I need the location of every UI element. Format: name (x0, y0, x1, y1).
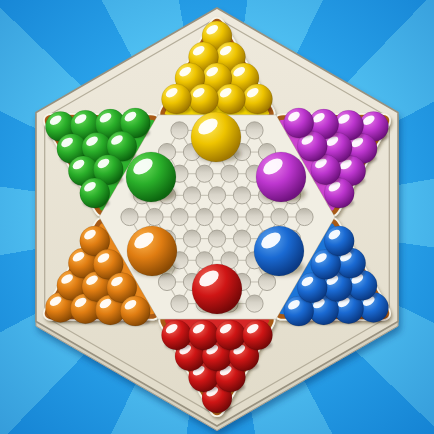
center-marble-blue[interactable] (254, 226, 304, 276)
center-marble-orange[interactable] (127, 226, 177, 276)
marble-red[interactable] (189, 320, 219, 350)
board-hole[interactable] (296, 208, 313, 225)
board-hole[interactable] (233, 230, 250, 247)
center-marble-yellow[interactable] (191, 112, 241, 162)
board-hole[interactable] (208, 230, 225, 247)
board-hole[interactable] (183, 230, 200, 247)
board-hole[interactable] (246, 208, 263, 225)
marble-yellow[interactable] (189, 84, 219, 114)
marble-yellow[interactable] (162, 84, 192, 114)
marble-yellow[interactable] (243, 84, 273, 114)
board-hole[interactable] (183, 187, 200, 204)
board-hole[interactable] (246, 122, 263, 139)
board-hole[interactable] (171, 122, 188, 139)
marble-green[interactable] (80, 178, 110, 208)
board-hole[interactable] (171, 208, 188, 225)
board-hole[interactable] (121, 208, 138, 225)
board-hole[interactable] (271, 208, 288, 225)
chinese-checkers-board (0, 0, 434, 434)
marble-red[interactable] (162, 320, 192, 350)
marble-red[interactable] (243, 320, 273, 350)
marble-orange[interactable] (120, 296, 150, 326)
marble-red[interactable] (216, 320, 246, 350)
center-marble-green[interactable] (126, 152, 176, 202)
marble-yellow[interactable] (216, 84, 246, 114)
board-hole[interactable] (233, 187, 250, 204)
board-hole[interactable] (221, 208, 238, 225)
board-hole[interactable] (196, 208, 213, 225)
board-hole[interactable] (258, 273, 275, 290)
center-marble-red[interactable] (192, 264, 242, 314)
board-hole[interactable] (146, 208, 163, 225)
board-hole[interactable] (246, 295, 263, 312)
center-marble-purple[interactable] (256, 152, 306, 202)
board-hole[interactable] (158, 273, 175, 290)
board-hole[interactable] (196, 165, 213, 182)
board-hole[interactable] (171, 295, 188, 312)
chinese-checkers-app-icon (0, 0, 434, 434)
board-hole[interactable] (208, 187, 225, 204)
board-hole[interactable] (221, 165, 238, 182)
marble-purple[interactable] (284, 108, 314, 138)
marble-blue[interactable] (324, 226, 354, 256)
